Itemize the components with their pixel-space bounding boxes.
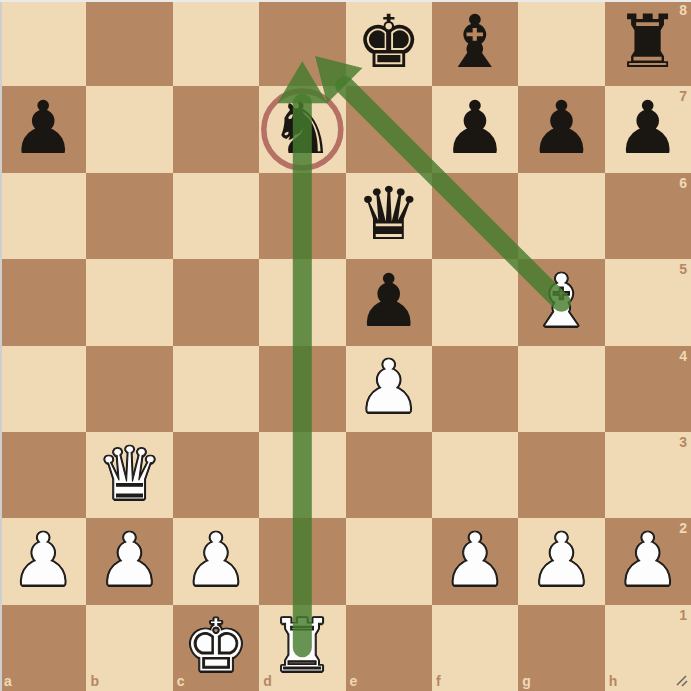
square-e3[interactable] [346,432,432,518]
square-c5[interactable] [173,259,259,345]
piece-white-pawn[interactable]: ♟ [183,523,248,596]
piece-white-pawn[interactable]: ♟ [529,523,594,596]
square-g3[interactable] [518,432,604,518]
square-f4[interactable] [432,346,518,432]
piece-white-king[interactable]: ♚ [183,609,248,682]
piece-black-king[interactable]: ♚ [356,5,421,78]
file-label-e: e [350,674,358,688]
file-label-f: f [436,674,441,688]
square-a4[interactable] [0,346,86,432]
square-h8[interactable]: ♜8 [605,0,691,86]
square-b4[interactable] [86,346,172,432]
square-e5[interactable]: ♟ [346,259,432,345]
square-f6[interactable] [432,173,518,259]
square-f7[interactable]: ♟ [432,86,518,172]
piece-white-pawn[interactable]: ♟ [442,523,507,596]
square-g7[interactable]: ♟ [518,86,604,172]
square-e1[interactable]: e [346,605,432,691]
square-c4[interactable] [173,346,259,432]
piece-black-pawn[interactable]: ♟ [356,264,421,337]
square-a3[interactable] [0,432,86,518]
piece-white-pawn[interactable]: ♟ [10,523,75,596]
window-top-edge [0,0,691,2]
square-a7[interactable]: ♟ [0,86,86,172]
square-h3[interactable]: 3 [605,432,691,518]
square-g4[interactable] [518,346,604,432]
square-b3[interactable]: ♛ [86,432,172,518]
square-f3[interactable] [432,432,518,518]
square-f8[interactable]: ♝ [432,0,518,86]
square-e2[interactable] [346,518,432,604]
rank-label-6: 6 [679,176,687,190]
board-squares: ♚♝♜8♟♞♟♟♟7♛6♟♝5♟4♛3♟♟♟♟♟♟2ab♚c♜defgh1 [0,0,691,691]
window-left-edge [0,0,2,691]
rank-label-4: 4 [679,349,687,363]
square-d8[interactable] [259,0,345,86]
piece-black-rook[interactable]: ♜ [615,5,680,78]
piece-black-pawn[interactable]: ♟ [442,91,507,164]
piece-black-queen[interactable]: ♛ [356,177,421,250]
piece-black-knight[interactable]: ♞ [270,91,335,164]
piece-black-pawn[interactable]: ♟ [529,91,594,164]
square-c1[interactable]: ♚c [173,605,259,691]
square-b2[interactable]: ♟ [86,518,172,604]
square-g8[interactable] [518,0,604,86]
file-label-h: h [609,674,618,688]
piece-white-bishop[interactable]: ♝ [529,264,594,337]
chess-board: ♚♝♜8♟♞♟♟♟7♛6♟♝5♟4♛3♟♟♟♟♟♟2ab♚c♜defgh1 [0,0,691,691]
square-c3[interactable] [173,432,259,518]
board-resize-handle-icon[interactable] [673,672,689,688]
rank-label-1: 1 [679,608,687,622]
piece-black-bishop[interactable]: ♝ [442,5,507,78]
square-e8[interactable]: ♚ [346,0,432,86]
square-e4[interactable]: ♟ [346,346,432,432]
file-label-b: b [90,674,99,688]
square-h5[interactable]: 5 [605,259,691,345]
rank-label-5: 5 [679,262,687,276]
square-a8[interactable] [0,0,86,86]
square-d7[interactable]: ♞ [259,86,345,172]
square-g5[interactable]: ♝ [518,259,604,345]
square-b6[interactable] [86,173,172,259]
piece-white-queen[interactable]: ♛ [97,437,162,510]
rank-label-2: 2 [679,521,687,535]
piece-black-pawn[interactable]: ♟ [10,91,75,164]
square-b5[interactable] [86,259,172,345]
file-label-g: g [522,674,531,688]
square-d3[interactable] [259,432,345,518]
file-label-a: a [4,674,12,688]
square-c2[interactable]: ♟ [173,518,259,604]
square-d2[interactable] [259,518,345,604]
square-d6[interactable] [259,173,345,259]
square-a5[interactable] [0,259,86,345]
piece-white-pawn[interactable]: ♟ [356,350,421,423]
square-e7[interactable] [346,86,432,172]
square-a6[interactable] [0,173,86,259]
square-e6[interactable]: ♛ [346,173,432,259]
square-c6[interactable] [173,173,259,259]
rank-label-8: 8 [679,3,687,17]
square-g2[interactable]: ♟ [518,518,604,604]
square-d5[interactable] [259,259,345,345]
square-h4[interactable]: 4 [605,346,691,432]
square-h2[interactable]: ♟2 [605,518,691,604]
file-label-d: d [263,674,272,688]
square-b8[interactable] [86,0,172,86]
square-c8[interactable] [173,0,259,86]
piece-white-pawn[interactable]: ♟ [615,523,680,596]
square-g1[interactable]: g [518,605,604,691]
square-f2[interactable]: ♟ [432,518,518,604]
piece-black-pawn[interactable]: ♟ [615,91,680,164]
square-h7[interactable]: ♟7 [605,86,691,172]
square-d4[interactable] [259,346,345,432]
square-b7[interactable] [86,86,172,172]
square-a1[interactable]: a [0,605,86,691]
square-a2[interactable]: ♟ [0,518,86,604]
square-c7[interactable] [173,86,259,172]
rank-label-7: 7 [679,89,687,103]
piece-white-pawn[interactable]: ♟ [97,523,162,596]
file-label-c: c [177,674,185,688]
square-d1[interactable]: ♜d [259,605,345,691]
square-h6[interactable]: 6 [605,173,691,259]
piece-white-rook[interactable]: ♜ [270,609,335,682]
square-b1[interactable]: b [86,605,172,691]
square-f5[interactable] [432,259,518,345]
rank-label-3: 3 [679,435,687,449]
square-g6[interactable] [518,173,604,259]
square-f1[interactable]: f [432,605,518,691]
